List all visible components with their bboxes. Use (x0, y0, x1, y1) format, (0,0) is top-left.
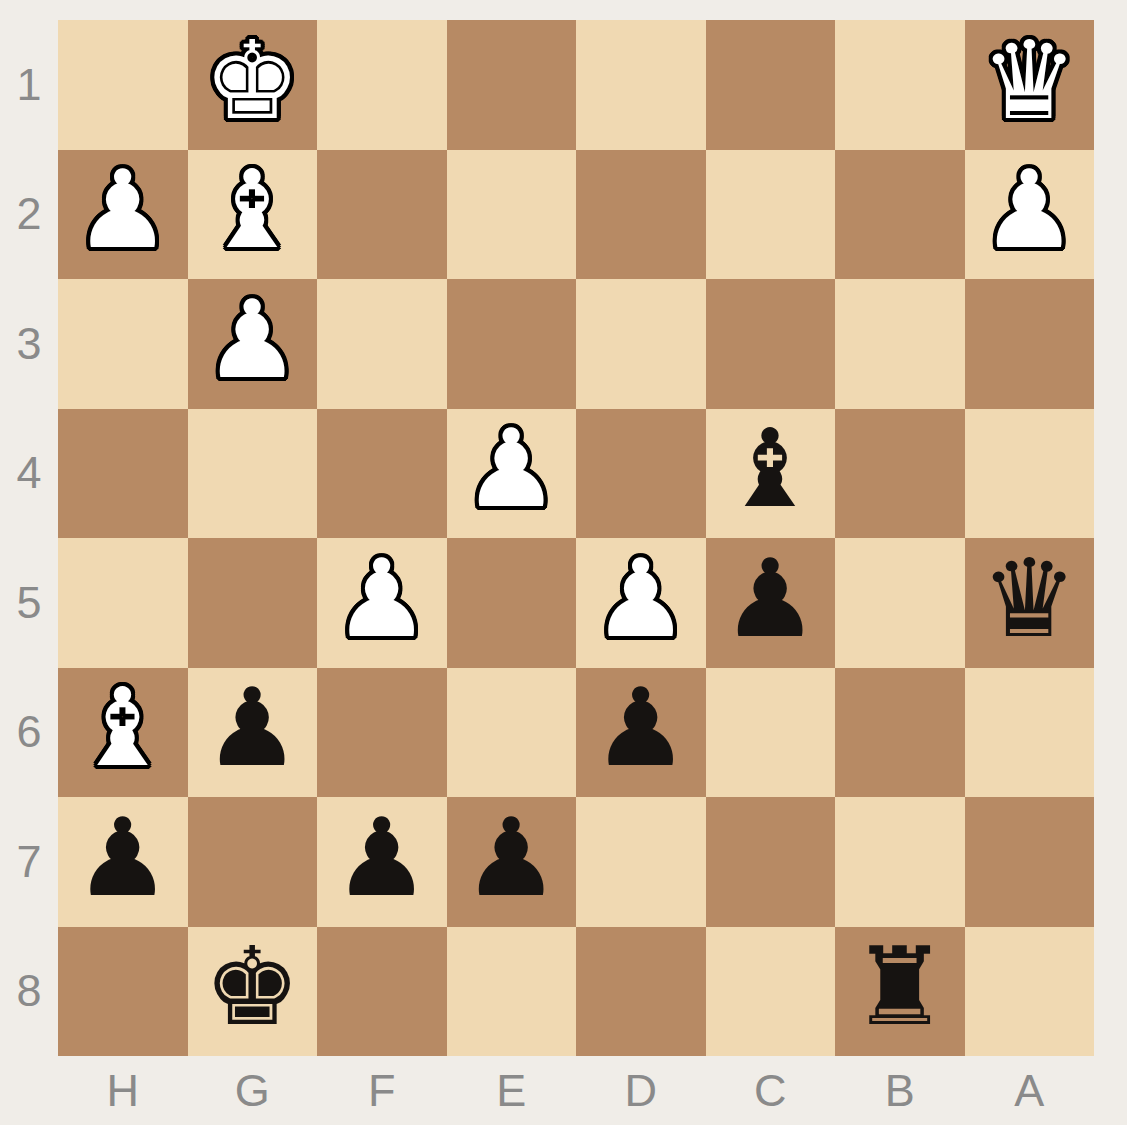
white-bishop[interactable]: ♝ (74, 674, 171, 782)
square-d8[interactable] (576, 927, 706, 1057)
white-pawn[interactable]: ♟ (74, 156, 171, 264)
square-c1[interactable] (706, 20, 836, 150)
rank-label-1: 1 (0, 20, 58, 150)
square-a2[interactable]: ♟ (965, 150, 1095, 280)
black-pawn[interactable]: ♟ (463, 804, 560, 912)
square-e8[interactable] (447, 927, 577, 1057)
square-g3[interactable]: ♟ (188, 279, 318, 409)
rank-label-7: 7 (0, 797, 58, 927)
square-d2[interactable] (576, 150, 706, 280)
square-f4[interactable] (317, 409, 447, 539)
square-h5[interactable] (58, 538, 188, 668)
square-f6[interactable] (317, 668, 447, 798)
rank-label-6: 6 (0, 668, 58, 798)
square-f3[interactable] (317, 279, 447, 409)
black-rook[interactable]: ♜ (851, 933, 948, 1041)
file-label-d: D (576, 1056, 706, 1125)
square-b6[interactable] (835, 668, 965, 798)
white-pawn[interactable]: ♟ (333, 545, 430, 653)
black-bishop[interactable]: ♝ (722, 415, 819, 523)
square-h8[interactable] (58, 927, 188, 1057)
file-label-h: H (58, 1056, 188, 1125)
square-c3[interactable] (706, 279, 836, 409)
square-g1[interactable]: ♚ (188, 20, 318, 150)
rank-labels: 12345678 (0, 20, 58, 1056)
square-b8[interactable]: ♜ (835, 927, 965, 1057)
square-d5[interactable]: ♟ (576, 538, 706, 668)
black-pawn[interactable]: ♟ (333, 804, 430, 912)
square-b2[interactable] (835, 150, 965, 280)
square-h2[interactable]: ♟ (58, 150, 188, 280)
rank-label-8: 8 (0, 927, 58, 1057)
white-queen[interactable]: ♛ (981, 27, 1078, 135)
square-e3[interactable] (447, 279, 577, 409)
square-d7[interactable] (576, 797, 706, 927)
square-c8[interactable] (706, 927, 836, 1057)
square-a4[interactable] (965, 409, 1095, 539)
square-h7[interactable]: ♟ (58, 797, 188, 927)
square-g2[interactable]: ♝ (188, 150, 318, 280)
file-labels: HGFEDCBA (58, 1056, 1094, 1125)
square-e4[interactable]: ♟ (447, 409, 577, 539)
square-e7[interactable]: ♟ (447, 797, 577, 927)
square-a7[interactable] (965, 797, 1095, 927)
rank-label-5: 5 (0, 538, 58, 668)
square-h4[interactable] (58, 409, 188, 539)
rank-label-4: 4 (0, 409, 58, 539)
file-label-b: B (835, 1056, 965, 1125)
square-a8[interactable] (965, 927, 1095, 1057)
file-label-g: G (188, 1056, 318, 1125)
black-pawn[interactable]: ♟ (204, 674, 301, 782)
square-d3[interactable] (576, 279, 706, 409)
white-bishop[interactable]: ♝ (204, 156, 301, 264)
square-f5[interactable]: ♟ (317, 538, 447, 668)
square-b7[interactable] (835, 797, 965, 927)
square-d1[interactable] (576, 20, 706, 150)
square-c6[interactable] (706, 668, 836, 798)
square-d6[interactable]: ♟ (576, 668, 706, 798)
square-a1[interactable]: ♛ (965, 20, 1095, 150)
black-queen[interactable]: ♛ (981, 545, 1078, 653)
square-g7[interactable] (188, 797, 318, 927)
square-a6[interactable] (965, 668, 1095, 798)
file-label-c: C (706, 1056, 836, 1125)
chess-board: ♚♛♟♝♟♟♟♝♟♟♟♛♝♟♟♟♟♟♚♜ (58, 20, 1094, 1056)
rank-label-2: 2 (0, 150, 58, 280)
file-label-f: F (317, 1056, 447, 1125)
square-e2[interactable] (447, 150, 577, 280)
square-c4[interactable]: ♝ (706, 409, 836, 539)
square-e5[interactable] (447, 538, 577, 668)
square-c5[interactable]: ♟ (706, 538, 836, 668)
rank-label-3: 3 (0, 279, 58, 409)
square-d4[interactable] (576, 409, 706, 539)
white-king[interactable]: ♚ (204, 27, 301, 135)
square-a5[interactable]: ♛ (965, 538, 1095, 668)
white-pawn[interactable]: ♟ (463, 415, 560, 523)
white-pawn[interactable]: ♟ (204, 286, 301, 394)
square-b5[interactable] (835, 538, 965, 668)
white-pawn[interactable]: ♟ (592, 545, 689, 653)
black-pawn[interactable]: ♟ (74, 804, 171, 912)
square-h1[interactable] (58, 20, 188, 150)
square-c2[interactable] (706, 150, 836, 280)
square-c7[interactable] (706, 797, 836, 927)
chess-app-page: 12345678 ♚♛♟♝♟♟♟♝♟♟♟♛♝♟♟♟♟♟♚♜ HGFEDCBA (0, 0, 1127, 1125)
square-a3[interactable] (965, 279, 1095, 409)
black-pawn[interactable]: ♟ (592, 674, 689, 782)
square-f1[interactable] (317, 20, 447, 150)
square-e6[interactable] (447, 668, 577, 798)
square-b4[interactable] (835, 409, 965, 539)
black-pawn[interactable]: ♟ (722, 545, 819, 653)
square-g4[interactable] (188, 409, 318, 539)
white-pawn[interactable]: ♟ (981, 156, 1078, 264)
square-g6[interactable]: ♟ (188, 668, 318, 798)
square-f7[interactable]: ♟ (317, 797, 447, 927)
square-b3[interactable] (835, 279, 965, 409)
file-label-a: A (965, 1056, 1095, 1125)
black-king[interactable]: ♚ (204, 933, 301, 1041)
square-f8[interactable] (317, 927, 447, 1057)
square-h3[interactable] (58, 279, 188, 409)
square-b1[interactable] (835, 20, 965, 150)
square-g5[interactable] (188, 538, 318, 668)
square-g8[interactable]: ♚ (188, 927, 318, 1057)
file-label-e: E (447, 1056, 577, 1125)
square-e1[interactable] (447, 20, 577, 150)
square-f2[interactable] (317, 150, 447, 280)
square-h6[interactable]: ♝ (58, 668, 188, 798)
